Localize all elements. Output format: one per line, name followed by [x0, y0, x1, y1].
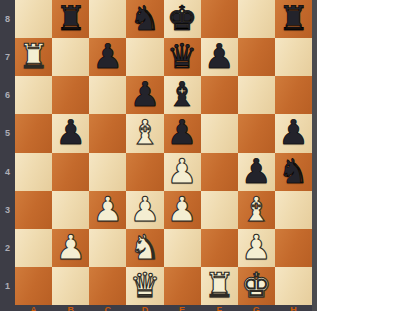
square-g8[interactable] — [238, 0, 275, 38]
square-g4[interactable]: ♟ — [238, 153, 275, 191]
square-g5[interactable] — [238, 114, 275, 152]
square-h5[interactable]: ♟ — [275, 114, 312, 152]
black-pawn[interactable]: ♟ — [93, 39, 123, 73]
square-c6[interactable] — [89, 76, 126, 114]
rank-label-5: 5 — [0, 114, 15, 152]
square-d2[interactable]: ♞ — [126, 229, 163, 267]
square-c8[interactable] — [89, 0, 126, 38]
black-pawn[interactable]: ♟ — [55, 115, 85, 149]
black-bishop[interactable]: ♝ — [167, 77, 197, 111]
rank-label-6: 6 — [0, 76, 15, 114]
square-b1[interactable] — [52, 267, 89, 305]
square-a2[interactable] — [15, 229, 52, 267]
square-b5[interactable]: ♟ — [52, 114, 89, 152]
chess-board[interactable]: ♜♞♚♜♜♟♛♟♟♝♟♝♟♟♟♟♞♟♟♟♝♟♞♟♛♜♚ — [15, 0, 312, 305]
rank-label-2: 2 — [0, 229, 15, 267]
board-right-border — [312, 0, 317, 311]
square-g1[interactable]: ♚ — [238, 267, 275, 305]
rank-coordinates: 87654321 — [0, 0, 15, 311]
square-c2[interactable] — [89, 229, 126, 267]
square-h8[interactable]: ♜ — [275, 0, 312, 38]
square-a4[interactable] — [15, 153, 52, 191]
square-d3[interactable]: ♟ — [126, 191, 163, 229]
square-g6[interactable] — [238, 76, 275, 114]
black-king[interactable]: ♚ — [167, 1, 197, 35]
square-e3[interactable]: ♟ — [164, 191, 201, 229]
rank-label-1: 1 — [0, 267, 15, 305]
square-d6[interactable]: ♟ — [126, 76, 163, 114]
square-f7[interactable]: ♟ — [201, 38, 238, 76]
square-e6[interactable]: ♝ — [164, 76, 201, 114]
square-e5[interactable]: ♟ — [164, 114, 201, 152]
chess-board-widget: 87654321 ♜♞♚♜♜♟♛♟♟♝♟♝♟♟♟♟♞♟♟♟♝♟♞♟♛♜♚ ABC… — [0, 0, 414, 311]
square-e8[interactable]: ♚ — [164, 0, 201, 38]
square-c1[interactable] — [89, 267, 126, 305]
white-pawn[interactable]: ♟ — [241, 230, 271, 264]
square-a1[interactable] — [15, 267, 52, 305]
black-pawn[interactable]: ♟ — [204, 39, 234, 73]
square-a8[interactable] — [15, 0, 52, 38]
rank-label-4: 4 — [0, 153, 15, 191]
white-knight[interactable]: ♞ — [130, 230, 160, 264]
square-a3[interactable] — [15, 191, 52, 229]
white-rook[interactable]: ♜ — [18, 39, 48, 73]
square-f2[interactable] — [201, 229, 238, 267]
rank-label-7: 7 — [0, 38, 15, 76]
square-b6[interactable] — [52, 76, 89, 114]
square-b4[interactable] — [52, 153, 89, 191]
white-pawn[interactable]: ♟ — [167, 154, 197, 188]
square-d1[interactable]: ♛ — [126, 267, 163, 305]
square-h4[interactable]: ♞ — [275, 153, 312, 191]
square-e4[interactable]: ♟ — [164, 153, 201, 191]
square-c5[interactable] — [89, 114, 126, 152]
file-label-d: D — [126, 305, 163, 311]
white-rook[interactable]: ♜ — [204, 268, 234, 302]
white-king[interactable]: ♚ — [241, 268, 271, 302]
square-c3[interactable]: ♟ — [89, 191, 126, 229]
white-pawn[interactable]: ♟ — [167, 192, 197, 226]
white-bishop[interactable]: ♝ — [241, 192, 271, 226]
square-c7[interactable]: ♟ — [89, 38, 126, 76]
square-a6[interactable] — [15, 76, 52, 114]
white-pawn[interactable]: ♟ — [93, 192, 123, 226]
file-label-a: A — [15, 305, 52, 311]
black-pawn[interactable]: ♟ — [278, 115, 308, 149]
file-label-b: B — [52, 305, 89, 311]
square-f8[interactable] — [201, 0, 238, 38]
square-c4[interactable] — [89, 153, 126, 191]
square-e7[interactable]: ♛ — [164, 38, 201, 76]
black-rook[interactable]: ♜ — [278, 1, 308, 35]
white-pawn[interactable]: ♟ — [55, 230, 85, 264]
black-pawn[interactable]: ♟ — [167, 115, 197, 149]
black-rook[interactable]: ♜ — [55, 1, 85, 35]
square-g7[interactable] — [238, 38, 275, 76]
square-h7[interactable] — [275, 38, 312, 76]
white-bishop[interactable]: ♝ — [130, 115, 160, 149]
black-queen[interactable]: ♛ — [167, 39, 197, 73]
black-pawn[interactable]: ♟ — [241, 154, 271, 188]
square-g3[interactable]: ♝ — [238, 191, 275, 229]
file-label-h: H — [275, 305, 312, 311]
file-label-c: C — [89, 305, 126, 311]
square-e2[interactable] — [164, 229, 201, 267]
rank-label-8: 8 — [0, 0, 15, 38]
square-b2[interactable]: ♟ — [52, 229, 89, 267]
square-e1[interactable] — [164, 267, 201, 305]
square-f4[interactable] — [201, 153, 238, 191]
square-a7[interactable]: ♜ — [15, 38, 52, 76]
square-b8[interactable]: ♜ — [52, 0, 89, 38]
square-f6[interactable] — [201, 76, 238, 114]
square-h2[interactable] — [275, 229, 312, 267]
square-h6[interactable] — [275, 76, 312, 114]
square-g2[interactable]: ♟ — [238, 229, 275, 267]
black-knight[interactable]: ♞ — [278, 154, 308, 188]
rank-label-3: 3 — [0, 191, 15, 229]
white-queen[interactable]: ♛ — [130, 268, 160, 302]
square-d5[interactable]: ♝ — [126, 114, 163, 152]
file-label-e: E — [164, 305, 201, 311]
black-knight[interactable]: ♞ — [130, 1, 160, 35]
square-b7[interactable] — [52, 38, 89, 76]
square-d8[interactable]: ♞ — [126, 0, 163, 38]
square-h3[interactable] — [275, 191, 312, 229]
square-f1[interactable]: ♜ — [201, 267, 238, 305]
white-pawn[interactable]: ♟ — [130, 192, 160, 226]
square-d4[interactable] — [126, 153, 163, 191]
file-label-g: G — [238, 305, 275, 311]
square-b3[interactable] — [52, 191, 89, 229]
file-coordinates: ABCDEFGH — [0, 305, 317, 311]
black-pawn[interactable]: ♟ — [130, 77, 160, 111]
square-f3[interactable] — [201, 191, 238, 229]
square-d7[interactable] — [126, 38, 163, 76]
file-label-f: F — [201, 305, 238, 311]
square-h1[interactable] — [275, 267, 312, 305]
square-a5[interactable] — [15, 114, 52, 152]
square-f5[interactable] — [201, 114, 238, 152]
